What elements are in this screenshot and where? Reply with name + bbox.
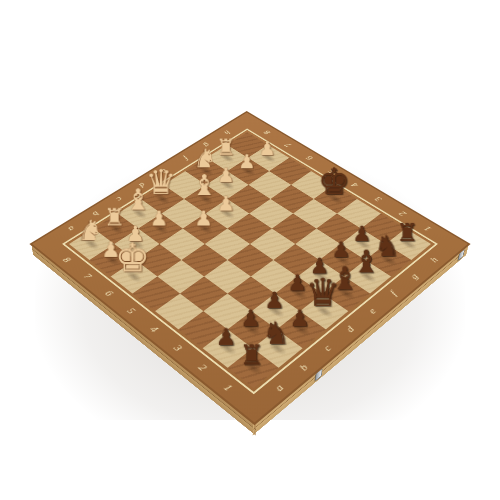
metal-clasp-icon xyxy=(316,368,323,381)
queen-glyph: ♛ xyxy=(305,274,339,312)
pawn-glyph: ♟ xyxy=(240,308,260,331)
pawn-glyph: ♟ xyxy=(216,326,237,349)
chess-board: 87654321 87654321 hgfedcba hgfedcba ♞♜♝♛… xyxy=(29,111,470,425)
chess-set-scene: 87654321 87654321 hgfedcba hgfedcba ♞♜♝♛… xyxy=(94,88,406,400)
board-frame: 87654321 87654321 hgfedcba hgfedcba ♞♜♝♛… xyxy=(29,111,470,425)
knight-glyph: ♞ xyxy=(262,318,290,349)
pawn-glyph: ♟ xyxy=(264,290,284,312)
pawn-glyph: ♟ xyxy=(352,224,371,245)
pawn-glyph: ♟ xyxy=(290,308,310,331)
pawn-glyph: ♟ xyxy=(287,273,307,295)
pawn-glyph: ♟ xyxy=(331,240,350,261)
metal-clasp-icon xyxy=(458,249,465,261)
knight-glyph: ♞ xyxy=(77,217,102,245)
king-glyph: ♚ xyxy=(115,238,150,277)
rook-glyph: ♜ xyxy=(239,342,263,369)
